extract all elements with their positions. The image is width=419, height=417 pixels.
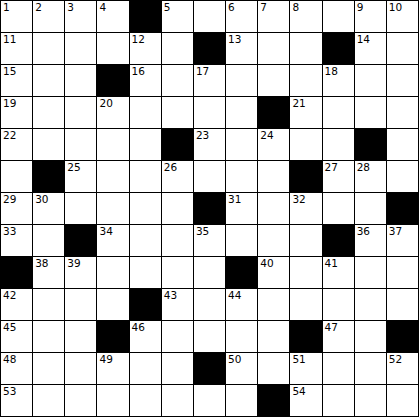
clue-number-49: 49 [99,353,112,365]
white-cell-r11c11[interactable]: 47 [323,321,354,352]
white-cell-r2c9[interactable] [258,33,289,64]
white-cell-r9c4[interactable] [97,257,128,288]
white-cell-r8c4[interactable]: 34 [97,225,128,256]
white-cell-r5c5[interactable] [130,129,161,160]
clue-number-31: 31 [228,193,241,205]
black-cell-r1c5 [130,1,161,32]
clue-number-19: 19 [3,97,16,109]
white-cell-r8c10[interactable] [290,225,321,256]
white-cell-r4c11[interactable] [323,97,354,128]
white-cell-r5c8[interactable] [226,129,257,160]
white-cell-r13c12[interactable] [355,385,386,416]
white-cell-r2c6[interactable] [162,33,193,64]
clue-number-28: 28 [357,161,370,173]
white-cell-r5c3[interactable] [65,129,96,160]
clue-number-18: 18 [325,65,338,77]
white-cell-r13c2[interactable] [33,385,64,416]
clue-number-47: 47 [325,321,338,333]
clue-number-12: 12 [132,33,145,45]
white-cell-r12c4[interactable]: 49 [97,353,128,384]
black-cell-r11c13 [387,321,418,352]
clue-number-30: 30 [35,193,48,205]
white-cell-r3c10[interactable] [290,65,321,96]
black-cell-r6c10 [290,161,321,192]
clue-number-3: 3 [67,1,74,13]
white-cell-r12c13[interactable]: 52 [387,353,418,384]
white-cell-r12c9[interactable] [258,353,289,384]
white-cell-r12c3[interactable] [65,353,96,384]
white-cell-r2c2[interactable] [33,33,64,64]
black-cell-r11c10 [290,321,321,352]
clue-number-21: 21 [292,97,305,109]
clue-number-37: 37 [389,225,402,237]
white-cell-r8c9[interactable] [258,225,289,256]
white-cell-r7c3[interactable] [65,193,96,224]
white-cell-r7c8[interactable]: 31 [226,193,257,224]
white-cell-r4c7[interactable] [194,97,225,128]
white-cell-r3c3[interactable] [65,65,96,96]
white-cell-r1c8[interactable]: 6 [226,1,257,32]
white-cell-r9c2[interactable]: 38 [33,257,64,288]
clue-number-54: 54 [292,385,305,397]
clue-number-48: 48 [3,353,16,365]
white-cell-r3c13[interactable] [387,65,418,96]
white-cell-r12c12[interactable] [355,353,386,384]
white-cell-r6c6[interactable]: 26 [162,161,193,192]
white-cell-r11c1[interactable]: 45 [1,321,32,352]
white-cell-r8c5[interactable] [130,225,161,256]
white-cell-r6c1[interactable] [1,161,32,192]
black-cell-r10c5 [130,289,161,320]
white-cell-r10c9[interactable] [258,289,289,320]
clue-number-33: 33 [3,225,16,237]
white-cell-r6c11[interactable]: 27 [323,161,354,192]
white-cell-r8c6[interactable] [162,225,193,256]
black-cell-r2c11 [323,33,354,64]
clue-number-41: 41 [325,257,338,269]
clue-number-25: 25 [67,161,80,173]
white-cell-r7c11[interactable] [323,193,354,224]
white-cell-r13c8[interactable] [226,385,257,416]
white-cell-r9c9[interactable]: 40 [258,257,289,288]
white-cell-r1c12[interactable]: 9 [355,1,386,32]
clue-number-14: 14 [357,33,370,45]
black-cell-r8c3 [65,225,96,256]
white-cell-r4c6[interactable] [162,97,193,128]
white-cell-r9c11[interactable]: 41 [323,257,354,288]
white-cell-r12c10[interactable]: 51 [290,353,321,384]
clue-number-20: 20 [99,97,112,109]
white-cell-r2c5[interactable]: 12 [130,33,161,64]
clue-number-9: 9 [357,1,364,13]
white-cell-r6c4[interactable] [97,161,128,192]
clue-number-51: 51 [292,353,305,365]
white-cell-r4c13[interactable] [387,97,418,128]
white-cell-r9c12[interactable] [355,257,386,288]
clue-number-7: 7 [260,1,267,13]
clue-number-22: 22 [3,129,16,141]
white-cell-r10c12[interactable] [355,289,386,320]
white-cell-r6c8[interactable] [226,161,257,192]
white-cell-r4c8[interactable] [226,97,257,128]
white-cell-r3c2[interactable] [33,65,64,96]
white-cell-r13c11[interactable] [323,385,354,416]
white-cell-r7c4[interactable] [97,193,128,224]
clue-number-38: 38 [35,257,48,269]
clue-number-44: 44 [228,289,241,301]
clue-number-29: 29 [3,193,16,205]
crossword-board: 1234567891011121314151617181920212223242… [0,0,419,417]
white-cell-r13c5[interactable] [130,385,161,416]
white-cell-r10c4[interactable] [97,289,128,320]
white-cell-r13c3[interactable] [65,385,96,416]
clue-number-24: 24 [260,129,273,141]
black-cell-r4c9 [258,97,289,128]
clue-number-1: 1 [3,1,10,13]
white-cell-r9c7[interactable] [194,257,225,288]
clue-number-53: 53 [3,385,16,397]
clue-number-34: 34 [99,225,112,237]
clue-number-6: 6 [228,1,235,13]
clue-number-11: 11 [3,33,16,45]
white-cell-r11c9[interactable] [258,321,289,352]
white-cell-r1c1[interactable]: 1 [1,1,32,32]
white-cell-r7c1[interactable]: 29 [1,193,32,224]
white-cell-r1c3[interactable]: 3 [65,1,96,32]
white-cell-r13c7[interactable] [194,385,225,416]
white-cell-r2c12[interactable]: 14 [355,33,386,64]
white-cell-r2c8[interactable]: 13 [226,33,257,64]
white-cell-r6c9[interactable] [258,161,289,192]
black-cell-r5c12 [355,129,386,160]
white-cell-r4c2[interactable] [33,97,64,128]
clue-number-10: 10 [389,1,402,13]
white-cell-r4c3[interactable] [65,97,96,128]
white-cell-r9c10[interactable] [290,257,321,288]
black-cell-r7c7 [194,193,225,224]
white-cell-r9c3[interactable]: 39 [65,257,96,288]
white-cell-r10c8[interactable]: 44 [226,289,257,320]
white-cell-r3c6[interactable] [162,65,193,96]
white-cell-r12c5[interactable] [130,353,161,384]
white-cell-r4c12[interactable] [355,97,386,128]
clue-number-15: 15 [3,65,16,77]
clue-number-39: 39 [67,257,80,269]
white-cell-r11c6[interactable] [162,321,193,352]
clue-number-36: 36 [357,225,370,237]
white-cell-r1c4[interactable]: 4 [97,1,128,32]
clue-number-17: 17 [196,65,209,77]
white-cell-r7c12[interactable] [355,193,386,224]
black-cell-r12c7 [194,353,225,384]
black-cell-r7c13 [387,193,418,224]
white-cell-r5c1[interactable]: 22 [1,129,32,160]
white-cell-r11c12[interactable] [355,321,386,352]
clue-number-4: 4 [99,1,106,13]
clue-number-45: 45 [3,321,16,333]
white-cell-r7c2[interactable]: 30 [33,193,64,224]
white-cell-r6c3[interactable]: 25 [65,161,96,192]
clue-number-16: 16 [132,65,145,77]
white-cell-r7c6[interactable] [162,193,193,224]
clue-number-8: 8 [292,1,299,13]
white-cell-r3c7[interactable]: 17 [194,65,225,96]
white-cell-r13c10[interactable]: 54 [290,385,321,416]
white-cell-r5c13[interactable] [387,129,418,160]
white-cell-r10c3[interactable] [65,289,96,320]
clue-number-27: 27 [325,161,338,173]
white-cell-r3c12[interactable] [355,65,386,96]
clue-number-5: 5 [164,1,171,13]
white-cell-r10c2[interactable] [33,289,64,320]
white-cell-r1c10[interactable]: 8 [290,1,321,32]
white-cell-r5c9[interactable]: 24 [258,129,289,160]
white-cell-r13c13[interactable] [387,385,418,416]
white-cell-r10c13[interactable] [387,289,418,320]
clue-number-32: 32 [292,193,305,205]
white-cell-r1c6[interactable]: 5 [162,1,193,32]
black-cell-r5c6 [162,129,193,160]
white-cell-r10c1[interactable]: 42 [1,289,32,320]
white-cell-r13c1[interactable]: 53 [1,385,32,416]
clue-number-26: 26 [164,161,177,173]
white-cell-r12c6[interactable] [162,353,193,384]
white-cell-r1c13[interactable]: 10 [387,1,418,32]
white-cell-r5c7[interactable]: 23 [194,129,225,160]
white-cell-r9c5[interactable] [130,257,161,288]
white-cell-r12c1[interactable]: 48 [1,353,32,384]
white-cell-r2c3[interactable] [65,33,96,64]
white-cell-r11c7[interactable] [194,321,225,352]
white-cell-r9c13[interactable] [387,257,418,288]
black-cell-r8c11 [323,225,354,256]
white-cell-r1c9[interactable]: 7 [258,1,289,32]
clue-number-2: 2 [35,1,42,13]
white-cell-r12c8[interactable]: 50 [226,353,257,384]
white-cell-r7c5[interactable] [130,193,161,224]
white-cell-r12c11[interactable] [323,353,354,384]
white-cell-r6c13[interactable] [387,161,418,192]
white-cell-r8c7[interactable]: 35 [194,225,225,256]
clue-number-23: 23 [196,129,209,141]
white-cell-r10c11[interactable] [323,289,354,320]
clue-number-52: 52 [389,353,402,365]
white-cell-r3c8[interactable] [226,65,257,96]
clue-number-50: 50 [228,353,241,365]
white-cell-r6c5[interactable] [130,161,161,192]
white-cell-r2c1[interactable]: 11 [1,33,32,64]
white-cell-r8c1[interactable]: 33 [1,225,32,256]
black-cell-r3c4 [97,65,128,96]
white-cell-r12c2[interactable] [33,353,64,384]
black-cell-r13c9 [258,385,289,416]
white-cell-r2c10[interactable] [290,33,321,64]
white-cell-r11c8[interactable] [226,321,257,352]
white-cell-r11c2[interactable] [33,321,64,352]
black-cell-r2c7 [194,33,225,64]
white-cell-r3c1[interactable]: 15 [1,65,32,96]
white-cell-r8c13[interactable]: 37 [387,225,418,256]
white-cell-r7c10[interactable]: 32 [290,193,321,224]
white-cell-r6c7[interactable] [194,161,225,192]
white-cell-r2c13[interactable] [387,33,418,64]
clue-number-46: 46 [132,321,145,333]
white-cell-r3c5[interactable]: 16 [130,65,161,96]
clue-number-13: 13 [228,33,241,45]
white-cell-r9c6[interactable] [162,257,193,288]
white-cell-r11c5[interactable]: 46 [130,321,161,352]
clue-number-43: 43 [164,289,177,301]
white-cell-r5c11[interactable] [323,129,354,160]
white-cell-r13c6[interactable] [162,385,193,416]
white-cell-r8c8[interactable] [226,225,257,256]
white-cell-r3c9[interactable] [258,65,289,96]
white-cell-r6c12[interactable]: 28 [355,161,386,192]
white-cell-r7c9[interactable] [258,193,289,224]
black-cell-r6c2 [33,161,64,192]
white-cell-r1c7[interactable] [194,1,225,32]
white-cell-r4c4[interactable]: 20 [97,97,128,128]
clue-number-35: 35 [196,225,209,237]
white-cell-r13c4[interactable] [97,385,128,416]
white-cell-r1c2[interactable]: 2 [33,1,64,32]
white-cell-r5c10[interactable] [290,129,321,160]
black-cell-r11c4 [97,321,128,352]
black-cell-r9c8 [226,257,257,288]
white-cell-r1c11[interactable] [323,1,354,32]
clue-number-42: 42 [3,289,16,301]
white-cell-r8c2[interactable] [33,225,64,256]
white-cell-r5c4[interactable] [97,129,128,160]
white-cell-r2c4[interactable] [97,33,128,64]
white-cell-r10c10[interactable] [290,289,321,320]
clue-number-40: 40 [260,257,273,269]
white-cell-r11c3[interactable] [65,321,96,352]
white-cell-r10c6[interactable]: 43 [162,289,193,320]
black-cell-r9c1 [1,257,32,288]
white-cell-r4c1[interactable]: 19 [1,97,32,128]
white-cell-r5c2[interactable] [33,129,64,160]
white-cell-r4c10[interactable]: 21 [290,97,321,128]
white-cell-r3c11[interactable]: 18 [323,65,354,96]
white-cell-r8c12[interactable]: 36 [355,225,386,256]
white-cell-r4c5[interactable] [130,97,161,128]
white-cell-r10c7[interactable] [194,289,225,320]
